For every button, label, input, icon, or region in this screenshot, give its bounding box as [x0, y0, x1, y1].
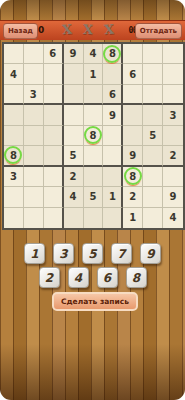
cell-r9c7[interactable]: 1 [123, 208, 143, 228]
life-x-icon: X [61, 22, 72, 38]
cell-r4c4[interactable] [64, 105, 84, 125]
cell-r6c8[interactable] [143, 146, 163, 166]
cell-r4c3[interactable] [44, 105, 64, 125]
cell-r5c7[interactable] [123, 126, 143, 146]
cell-r3c2[interactable]: 3 [24, 85, 44, 105]
cell-r2c4[interactable] [64, 64, 84, 84]
cell-r7c4[interactable]: 2 [64, 167, 84, 187]
cell-r5c9[interactable] [163, 126, 183, 146]
cell-r5c3[interactable] [44, 126, 64, 146]
keypad-row-odd: 13579 [0, 243, 185, 264]
cell-r3c5[interactable] [84, 85, 104, 105]
cell-r1c3[interactable]: 6 [44, 44, 64, 64]
highlight-circle: 8 [84, 126, 102, 144]
cell-r8c3[interactable] [44, 187, 64, 207]
cell-r9c2[interactable] [24, 208, 44, 228]
cell-r8c7[interactable]: 2 [123, 187, 143, 207]
cell-r7c6[interactable] [103, 167, 123, 187]
cell-r6c7[interactable]: 9 [123, 146, 143, 166]
key-4[interactable]: 4 [68, 267, 89, 288]
cell-r4c1[interactable] [4, 105, 24, 125]
cell-r3c4[interactable] [64, 85, 84, 105]
cell-r4c9[interactable]: 3 [163, 105, 183, 125]
cell-r5c5[interactable]: 8 [84, 126, 104, 146]
cell-r3c8[interactable] [143, 85, 163, 105]
cell-r6c1[interactable]: 8 [4, 146, 24, 166]
cell-r8c2[interactable] [24, 187, 44, 207]
cell-r1c1[interactable] [4, 44, 24, 64]
cell-r4c2[interactable] [24, 105, 44, 125]
solve-button[interactable]: Отгадать [135, 23, 182, 39]
cell-r1c7[interactable] [123, 44, 143, 64]
key-1[interactable]: 1 [24, 243, 45, 264]
keypad-row-even: 2468 [0, 267, 185, 288]
cell-r8c1[interactable] [4, 187, 24, 207]
cell-r8c4[interactable]: 4 [64, 187, 84, 207]
cell-r7c5[interactable] [84, 167, 104, 187]
key-7[interactable]: 7 [111, 243, 132, 264]
cell-r9c4[interactable] [64, 208, 84, 228]
mistakes-counter: 0 [38, 25, 44, 35]
key-8[interactable]: 8 [126, 267, 147, 288]
cell-r2c2[interactable] [24, 64, 44, 84]
cell-r5c8[interactable]: 5 [143, 126, 163, 146]
cell-r9c9[interactable]: 4 [163, 208, 183, 228]
key-6[interactable]: 6 [97, 267, 118, 288]
cell-r5c4[interactable] [64, 126, 84, 146]
cell-r2c7[interactable]: 6 [123, 64, 143, 84]
highlight-circle: 8 [4, 146, 22, 164]
cell-r7c9[interactable] [163, 167, 183, 187]
cell-r7c8[interactable] [143, 167, 163, 187]
cell-r2c6[interactable] [103, 64, 123, 84]
cell-r4c8[interactable] [143, 105, 163, 125]
cell-r3c1[interactable] [4, 85, 24, 105]
cell-r6c3[interactable] [44, 146, 64, 166]
sudoku-board: 694841636938585923284512914 [2, 42, 185, 230]
sudoku-app-screen: Назад 0 X X X 00:01 Отгадать 69484163693… [0, 0, 185, 400]
cell-r2c1[interactable]: 4 [4, 64, 24, 84]
cell-r6c5[interactable] [84, 146, 104, 166]
cell-r6c4[interactable]: 5 [64, 146, 84, 166]
cell-r8c9[interactable]: 9 [163, 187, 183, 207]
cell-r6c9[interactable]: 2 [163, 146, 183, 166]
cell-r7c7[interactable]: 8 [123, 167, 143, 187]
cell-r5c1[interactable] [4, 126, 24, 146]
highlight-circle: 8 [103, 45, 121, 63]
cell-r1c2[interactable] [24, 44, 44, 64]
cell-r3c6[interactable]: 6 [103, 85, 123, 105]
cell-r3c7[interactable] [123, 85, 143, 105]
cell-r8c6[interactable]: 1 [103, 187, 123, 207]
cell-r3c9[interactable] [163, 85, 183, 105]
cell-r1c8[interactable] [143, 44, 163, 64]
key-9[interactable]: 9 [140, 243, 161, 264]
key-3[interactable]: 3 [53, 243, 74, 264]
highlight-circle: 8 [124, 167, 142, 185]
top-bar: Назад 0 X X X 00:01 Отгадать [0, 20, 185, 40]
cell-r8c8[interactable] [143, 187, 163, 207]
cell-r9c8[interactable] [143, 208, 163, 228]
cell-r1c9[interactable] [163, 44, 183, 64]
cell-r1c6[interactable]: 8 [103, 44, 123, 64]
life-x-icon: X [104, 22, 115, 38]
cell-r7c3[interactable] [44, 167, 64, 187]
cell-r8c5[interactable]: 5 [84, 187, 104, 207]
cell-r2c8[interactable] [143, 64, 163, 84]
cell-r2c3[interactable] [44, 64, 64, 84]
cell-r9c1[interactable] [4, 208, 24, 228]
cell-r6c2[interactable] [24, 146, 44, 166]
lives-indicator: X X X [62, 22, 114, 37]
life-x-icon: X [83, 22, 94, 38]
cell-r7c2[interactable] [24, 167, 44, 187]
back-button[interactable]: Назад [3, 23, 38, 39]
cell-r1c4[interactable]: 9 [64, 44, 84, 64]
cell-r4c6[interactable]: 9 [103, 105, 123, 125]
cell-r6c6[interactable] [103, 146, 123, 166]
cell-r2c5[interactable]: 1 [84, 64, 104, 84]
cell-r5c6[interactable] [103, 126, 123, 146]
cell-r9c6[interactable] [103, 208, 123, 228]
key-2[interactable]: 2 [39, 267, 60, 288]
cell-r9c5[interactable] [84, 208, 104, 228]
key-5[interactable]: 5 [82, 243, 103, 264]
cell-r9c3[interactable] [44, 208, 64, 228]
make-note-button[interactable]: Сделать запись [52, 292, 138, 311]
cell-r4c5[interactable] [84, 105, 104, 125]
cell-r5c2[interactable] [24, 126, 44, 146]
cell-r7c1[interactable]: 3 [4, 167, 24, 187]
cell-r3c3[interactable] [44, 85, 64, 105]
cell-r4c7[interactable] [123, 105, 143, 125]
cell-r1c5[interactable]: 4 [84, 44, 104, 64]
cell-r2c9[interactable] [163, 64, 183, 84]
